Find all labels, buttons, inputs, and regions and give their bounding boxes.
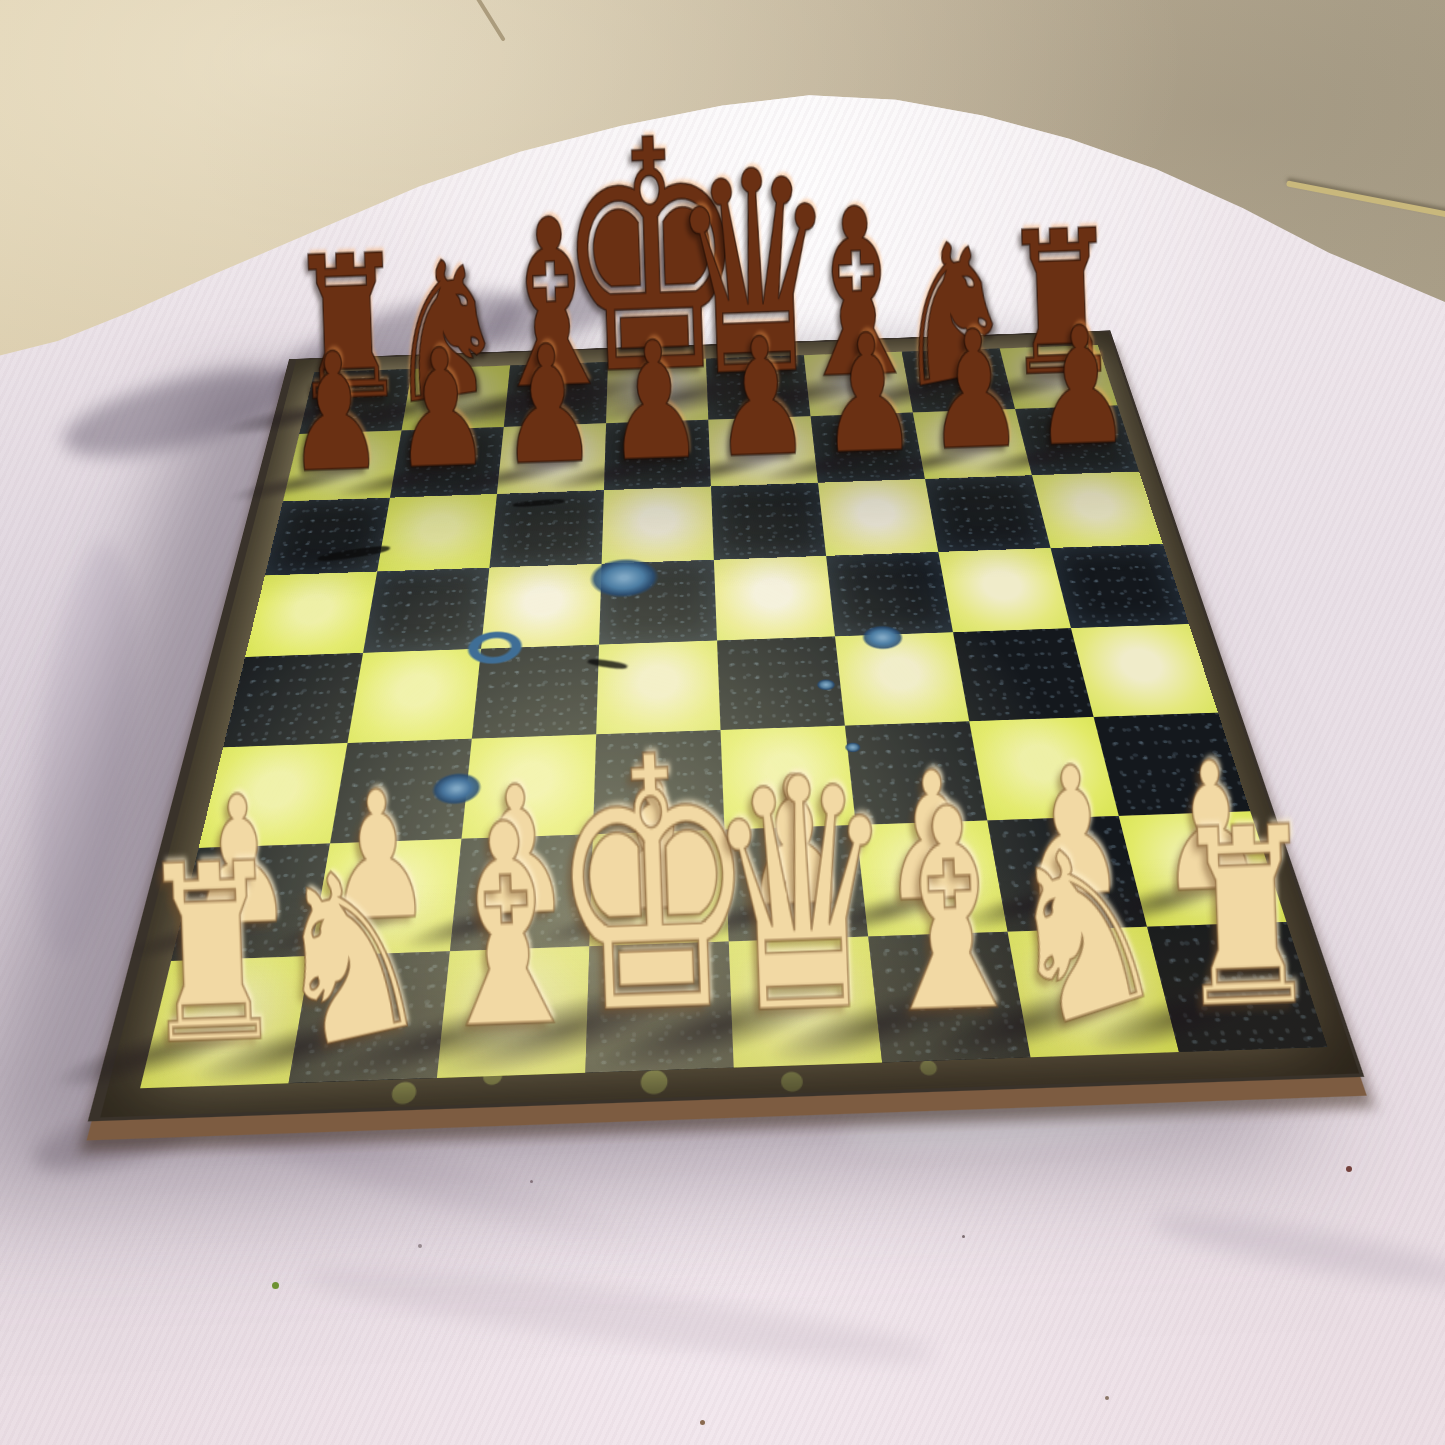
blue-paint-splat (814, 678, 838, 693)
square-h6[interactable] (1032, 472, 1163, 548)
piece-black-pawn-h7[interactable]: ♟ (952, 302, 1211, 474)
chess-board: ♜♞♝♚♛♝♞♜♟♟♟♟♟♟♟♟♟♟♟♟♟♟♟♟♜♞♝♚♛♝♞♜ (140, 345, 1327, 1088)
square-h1[interactable]: ♜ (1147, 922, 1327, 1052)
debris-speck (962, 1235, 965, 1238)
square-g5[interactable] (938, 548, 1071, 632)
black-scuff-mark (587, 658, 628, 670)
square-d6[interactable] (602, 486, 714, 563)
debris-speck (1105, 1396, 1109, 1400)
square-b4[interactable] (347, 649, 481, 743)
square-h5[interactable] (1051, 544, 1189, 628)
square-a6[interactable] (265, 498, 390, 576)
debris-speck (418, 1244, 422, 1248)
square-e5[interactable] (714, 556, 835, 641)
cloth-wrinkle (1149, 1202, 1445, 1299)
debris-speck (700, 1420, 705, 1425)
debris-speck (530, 1180, 533, 1183)
square-h7[interactable]: ♟ (1015, 405, 1139, 475)
outdoor-chess-photo: ♜♞♝♚♛♝♞♜♟♟♟♟♟♟♟♟♟♟♟♟♟♟♟♟♜♞♝♚♛♝♞♜ (0, 0, 1445, 1445)
square-g6[interactable] (925, 475, 1051, 552)
debris-speck (1346, 1166, 1352, 1172)
square-a5[interactable] (245, 571, 377, 656)
cloth-wrinkle (299, 1251, 941, 1381)
square-g4[interactable] (953, 628, 1094, 721)
debris-speck (272, 1282, 279, 1289)
square-a4[interactable] (223, 653, 363, 747)
square-b6[interactable] (377, 494, 497, 572)
square-f6[interactable] (818, 479, 938, 556)
square-e6[interactable] (711, 483, 826, 560)
square-h4[interactable] (1071, 624, 1218, 717)
chess-board-tile: ♜♞♝♚♛♝♞♜♟♟♟♟♟♟♟♟♟♟♟♟♟♟♟♟♜♞♝♚♛♝♞♜ (88, 330, 1364, 1121)
piece-white-rook-h1[interactable]: ♜ (1067, 790, 1426, 1046)
